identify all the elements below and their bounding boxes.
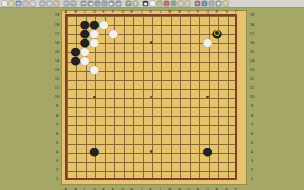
new-board-icon[interactable]: □ xyxy=(2,1,7,6)
empty-intersection[interactable] xyxy=(165,156,174,165)
empty-intersection[interactable] xyxy=(61,147,70,156)
empty-intersection[interactable] xyxy=(90,165,99,174)
empty-intersection[interactable] xyxy=(165,138,174,147)
empty-intersection[interactable] xyxy=(80,111,89,120)
empty-intersection[interactable] xyxy=(118,102,127,111)
empty-intersection[interactable] xyxy=(61,56,70,65)
empty-intersection[interactable] xyxy=(156,111,165,120)
empty-intersection[interactable] xyxy=(137,165,146,174)
empty-intersection[interactable] xyxy=(90,92,99,101)
empty-intersection[interactable] xyxy=(80,174,89,183)
empty-intersection[interactable] xyxy=(212,165,221,174)
empty-intersection[interactable] xyxy=(156,147,165,156)
export-icon[interactable]: ⇲ xyxy=(30,1,35,6)
empty-intersection[interactable] xyxy=(231,138,240,147)
empty-intersection[interactable] xyxy=(184,47,193,56)
empty-intersection[interactable] xyxy=(203,120,212,129)
empty-intersection[interactable] xyxy=(165,20,174,29)
empty-intersection[interactable] xyxy=(222,174,231,183)
empty-intersection[interactable] xyxy=(108,92,117,101)
empty-intersection[interactable] xyxy=(71,83,80,92)
empty-intersection[interactable] xyxy=(146,29,155,38)
empty-intersection[interactable] xyxy=(193,83,202,92)
first-move-icon[interactable]: ⏮ xyxy=(81,1,86,6)
empty-intersection[interactable] xyxy=(108,74,117,83)
empty-intersection[interactable] xyxy=(156,92,165,101)
empty-intersection[interactable] xyxy=(61,92,70,101)
empty-intersection[interactable] xyxy=(61,138,70,147)
empty-intersection[interactable] xyxy=(90,47,99,56)
empty-intersection[interactable] xyxy=(203,111,212,120)
empty-intersection[interactable] xyxy=(165,129,174,138)
letter-mark-icon[interactable]: A xyxy=(178,1,183,6)
next-move-icon[interactable]: ▷ xyxy=(102,1,107,6)
empty-intersection[interactable] xyxy=(222,138,231,147)
empty-intersection[interactable] xyxy=(193,74,202,83)
empty-intersection[interactable] xyxy=(99,38,108,47)
empty-intersection[interactable] xyxy=(193,56,202,65)
empty-intersection[interactable] xyxy=(184,65,193,74)
empty-intersection[interactable] xyxy=(127,38,136,47)
empty-intersection[interactable] xyxy=(212,111,221,120)
empty-intersection[interactable] xyxy=(184,56,193,65)
empty-intersection[interactable] xyxy=(184,111,193,120)
black-stone-R17[interactable]: ● xyxy=(212,29,221,38)
empty-intersection[interactable] xyxy=(222,47,231,56)
empty-intersection[interactable] xyxy=(99,56,108,65)
empty-intersection[interactable] xyxy=(99,129,108,138)
empty-intersection[interactable] xyxy=(146,65,155,74)
white-stone-F17[interactable]: ● xyxy=(108,29,117,38)
empty-intersection[interactable] xyxy=(231,38,240,47)
empty-intersection[interactable] xyxy=(231,47,240,56)
empty-intersection[interactable] xyxy=(61,129,70,138)
empty-intersection[interactable] xyxy=(61,29,70,38)
empty-intersection[interactable] xyxy=(231,102,240,111)
empty-intersection[interactable] xyxy=(118,111,127,120)
empty-intersection[interactable] xyxy=(212,65,221,74)
empty-intersection[interactable] xyxy=(231,83,240,92)
empty-intersection[interactable] xyxy=(137,83,146,92)
empty-intersection[interactable] xyxy=(165,147,174,156)
empty-intersection[interactable] xyxy=(127,165,136,174)
empty-intersection[interactable] xyxy=(156,29,165,38)
empty-intersection[interactable] xyxy=(90,74,99,83)
empty-intersection[interactable] xyxy=(231,65,240,74)
empty-intersection[interactable] xyxy=(108,156,117,165)
empty-intersection[interactable] xyxy=(231,92,240,101)
empty-intersection[interactable] xyxy=(222,65,231,74)
empty-intersection[interactable] xyxy=(175,20,184,29)
empty-intersection[interactable] xyxy=(80,74,89,83)
empty-intersection[interactable] xyxy=(165,38,174,47)
empty-intersection[interactable] xyxy=(156,129,165,138)
empty-intersection[interactable] xyxy=(175,38,184,47)
empty-intersection[interactable] xyxy=(203,92,212,101)
empty-intersection[interactable] xyxy=(193,156,202,165)
prev-10-icon[interactable]: ◀ xyxy=(88,1,93,6)
empty-intersection[interactable] xyxy=(165,47,174,56)
empty-intersection[interactable] xyxy=(193,65,202,74)
empty-intersection[interactable] xyxy=(212,38,221,47)
empty-intersection[interactable] xyxy=(222,102,231,111)
empty-intersection[interactable] xyxy=(193,129,202,138)
empty-intersection[interactable] xyxy=(222,165,231,174)
empty-intersection[interactable] xyxy=(127,156,136,165)
empty-intersection[interactable] xyxy=(118,65,127,74)
empty-intersection[interactable] xyxy=(108,38,117,47)
cut-icon[interactable]: ✂ xyxy=(40,1,45,6)
empty-intersection[interactable] xyxy=(146,138,155,147)
empty-intersection[interactable] xyxy=(193,47,202,56)
empty-intersection[interactable] xyxy=(108,111,117,120)
empty-intersection[interactable] xyxy=(156,165,165,174)
empty-intersection[interactable] xyxy=(156,83,165,92)
delete-node-icon[interactable]: ✕ xyxy=(195,1,200,6)
empty-intersection[interactable] xyxy=(203,56,212,65)
empty-intersection[interactable] xyxy=(80,138,89,147)
empty-intersection[interactable] xyxy=(61,74,70,83)
empty-intersection[interactable] xyxy=(212,138,221,147)
empty-intersection[interactable] xyxy=(71,20,80,29)
empty-intersection[interactable] xyxy=(118,92,127,101)
game-info-icon[interactable]: i xyxy=(202,1,207,6)
empty-intersection[interactable] xyxy=(231,147,240,156)
empty-intersection[interactable] xyxy=(99,102,108,111)
empty-intersection[interactable] xyxy=(203,165,212,174)
empty-intersection[interactable] xyxy=(231,20,240,29)
empty-intersection[interactable] xyxy=(193,165,202,174)
find-position-icon[interactable]: ◌ xyxy=(209,1,214,6)
empty-intersection[interactable] xyxy=(212,156,221,165)
empty-intersection[interactable] xyxy=(184,20,193,29)
empty-intersection[interactable] xyxy=(146,83,155,92)
empty-intersection[interactable] xyxy=(222,120,231,129)
undo-icon[interactable]: ↶ xyxy=(64,1,69,6)
empty-intersection[interactable] xyxy=(165,56,174,65)
empty-intersection[interactable] xyxy=(203,83,212,92)
empty-intersection[interactable] xyxy=(71,129,80,138)
empty-intersection[interactable] xyxy=(61,83,70,92)
empty-intersection[interactable] xyxy=(146,74,155,83)
empty-intersection[interactable] xyxy=(71,147,80,156)
empty-intersection[interactable] xyxy=(99,111,108,120)
empty-intersection[interactable] xyxy=(184,165,193,174)
empty-intersection[interactable] xyxy=(71,111,80,120)
empty-intersection[interactable] xyxy=(222,111,231,120)
circle-mark-icon[interactable]: ◯ xyxy=(171,1,176,6)
edit-white-stone-icon[interactable]: ○ xyxy=(150,1,155,6)
empty-intersection[interactable] xyxy=(222,29,231,38)
empty-intersection[interactable] xyxy=(127,138,136,147)
empty-intersection[interactable] xyxy=(222,129,231,138)
empty-intersection[interactable] xyxy=(71,65,80,74)
empty-intersection[interactable] xyxy=(222,38,231,47)
empty-intersection[interactable] xyxy=(137,47,146,56)
empty-intersection[interactable] xyxy=(193,29,202,38)
empty-intersection[interactable] xyxy=(108,120,117,129)
empty-intersection[interactable] xyxy=(156,20,165,29)
empty-intersection[interactable] xyxy=(212,74,221,83)
empty-intersection[interactable] xyxy=(156,174,165,183)
empty-intersection[interactable] xyxy=(146,47,155,56)
empty-intersection[interactable] xyxy=(212,92,221,101)
empty-intersection[interactable] xyxy=(203,47,212,56)
empty-intersection[interactable] xyxy=(212,120,221,129)
paste-icon[interactable]: ⎘ xyxy=(54,1,59,6)
empty-intersection[interactable] xyxy=(231,120,240,129)
empty-intersection[interactable] xyxy=(146,56,155,65)
empty-intersection[interactable] xyxy=(193,20,202,29)
empty-intersection[interactable] xyxy=(80,147,89,156)
empty-intersection[interactable] xyxy=(175,138,184,147)
empty-intersection[interactable] xyxy=(212,56,221,65)
empty-intersection[interactable] xyxy=(231,56,240,65)
empty-intersection[interactable] xyxy=(156,120,165,129)
empty-intersection[interactable] xyxy=(80,83,89,92)
empty-intersection[interactable] xyxy=(90,174,99,183)
empty-intersection[interactable] xyxy=(99,174,108,183)
empty-intersection[interactable] xyxy=(175,29,184,38)
empty-intersection[interactable] xyxy=(146,20,155,29)
empty-intersection[interactable] xyxy=(175,102,184,111)
empty-intersection[interactable] xyxy=(137,74,146,83)
empty-intersection[interactable] xyxy=(71,74,80,83)
empty-intersection[interactable] xyxy=(165,65,174,74)
empty-intersection[interactable] xyxy=(108,47,117,56)
triangle-mark-icon[interactable]: △ xyxy=(157,1,162,6)
white-stone-C14[interactable]: ● xyxy=(80,56,89,65)
empty-intersection[interactable] xyxy=(184,138,193,147)
empty-intersection[interactable] xyxy=(165,74,174,83)
preferences-icon[interactable]: ✱ xyxy=(216,1,221,6)
empty-intersection[interactable] xyxy=(193,38,202,47)
empty-intersection[interactable] xyxy=(175,129,184,138)
empty-intersection[interactable] xyxy=(137,120,146,129)
empty-intersection[interactable] xyxy=(99,92,108,101)
empty-intersection[interactable] xyxy=(146,129,155,138)
empty-intersection[interactable] xyxy=(156,65,165,74)
empty-intersection[interactable] xyxy=(175,165,184,174)
empty-intersection[interactable] xyxy=(137,174,146,183)
empty-intersection[interactable] xyxy=(193,102,202,111)
empty-intersection[interactable] xyxy=(99,83,108,92)
empty-intersection[interactable] xyxy=(80,165,89,174)
empty-intersection[interactable] xyxy=(108,83,117,92)
empty-intersection[interactable] xyxy=(193,138,202,147)
next-10-icon[interactable]: ▶ xyxy=(109,1,114,6)
empty-intersection[interactable] xyxy=(184,83,193,92)
empty-intersection[interactable] xyxy=(61,156,70,165)
empty-intersection[interactable] xyxy=(175,156,184,165)
empty-intersection[interactable] xyxy=(146,120,155,129)
empty-intersection[interactable] xyxy=(137,138,146,147)
empty-intersection[interactable] xyxy=(90,111,99,120)
empty-intersection[interactable] xyxy=(99,147,108,156)
last-move-icon[interactable]: ⏭ xyxy=(116,1,121,6)
empty-intersection[interactable] xyxy=(118,29,127,38)
empty-intersection[interactable] xyxy=(175,74,184,83)
empty-intersection[interactable] xyxy=(127,65,136,74)
empty-intersection[interactable] xyxy=(90,83,99,92)
empty-intersection[interactable] xyxy=(156,156,165,165)
empty-intersection[interactable] xyxy=(99,74,108,83)
empty-intersection[interactable] xyxy=(137,147,146,156)
empty-intersection[interactable] xyxy=(90,129,99,138)
empty-intersection[interactable] xyxy=(222,156,231,165)
empty-intersection[interactable] xyxy=(165,111,174,120)
empty-intersection[interactable] xyxy=(99,138,108,147)
empty-intersection[interactable] xyxy=(156,138,165,147)
empty-intersection[interactable] xyxy=(137,111,146,120)
empty-intersection[interactable] xyxy=(203,156,212,165)
empty-intersection[interactable] xyxy=(203,65,212,74)
empty-intersection[interactable] xyxy=(203,20,212,29)
empty-intersection[interactable] xyxy=(61,65,70,74)
empty-intersection[interactable] xyxy=(71,92,80,101)
empty-intersection[interactable] xyxy=(193,92,202,101)
empty-intersection[interactable] xyxy=(80,120,89,129)
empty-intersection[interactable] xyxy=(165,165,174,174)
empty-intersection[interactable] xyxy=(71,120,80,129)
empty-intersection[interactable] xyxy=(61,174,70,183)
empty-intersection[interactable] xyxy=(108,102,117,111)
empty-intersection[interactable] xyxy=(118,83,127,92)
empty-intersection[interactable] xyxy=(80,92,89,101)
empty-intersection[interactable] xyxy=(146,102,155,111)
empty-intersection[interactable] xyxy=(108,65,117,74)
empty-intersection[interactable] xyxy=(165,102,174,111)
empty-intersection[interactable] xyxy=(118,47,127,56)
empty-intersection[interactable] xyxy=(61,111,70,120)
empty-intersection[interactable] xyxy=(108,165,117,174)
empty-intersection[interactable] xyxy=(137,65,146,74)
empty-intersection[interactable] xyxy=(127,83,136,92)
empty-intersection[interactable] xyxy=(118,138,127,147)
empty-intersection[interactable] xyxy=(137,156,146,165)
empty-intersection[interactable] xyxy=(146,156,155,165)
empty-intersection[interactable] xyxy=(90,120,99,129)
empty-intersection[interactable] xyxy=(165,174,174,183)
redo-icon[interactable]: ↷ xyxy=(71,1,76,6)
empty-intersection[interactable] xyxy=(137,92,146,101)
empty-intersection[interactable] xyxy=(175,147,184,156)
empty-intersection[interactable] xyxy=(127,174,136,183)
empty-intersection[interactable] xyxy=(71,102,80,111)
empty-intersection[interactable] xyxy=(137,20,146,29)
save-file-icon[interactable]: ▤ xyxy=(16,1,21,6)
empty-intersection[interactable] xyxy=(156,74,165,83)
white-stone-D13[interactable]: ● xyxy=(90,65,99,74)
empty-intersection[interactable] xyxy=(127,92,136,101)
empty-intersection[interactable] xyxy=(175,120,184,129)
empty-intersection[interactable] xyxy=(184,92,193,101)
empty-intersection[interactable] xyxy=(212,47,221,56)
empty-intersection[interactable] xyxy=(118,129,127,138)
empty-intersection[interactable] xyxy=(61,38,70,47)
empty-intersection[interactable] xyxy=(165,29,174,38)
empty-intersection[interactable] xyxy=(127,29,136,38)
number-mark-icon[interactable]: 1 xyxy=(185,1,190,6)
black-stone-D4[interactable]: ● xyxy=(90,147,99,156)
empty-intersection[interactable] xyxy=(71,165,80,174)
empty-intersection[interactable] xyxy=(231,174,240,183)
empty-intersection[interactable] xyxy=(175,56,184,65)
empty-intersection[interactable] xyxy=(146,174,155,183)
empty-intersection[interactable] xyxy=(156,56,165,65)
empty-intersection[interactable] xyxy=(203,129,212,138)
empty-intersection[interactable] xyxy=(184,29,193,38)
empty-intersection[interactable] xyxy=(137,29,146,38)
empty-intersection[interactable] xyxy=(108,147,117,156)
empty-intersection[interactable] xyxy=(193,174,202,183)
empty-intersection[interactable] xyxy=(175,92,184,101)
empty-intersection[interactable] xyxy=(80,102,89,111)
empty-intersection[interactable] xyxy=(137,38,146,47)
empty-intersection[interactable] xyxy=(127,20,136,29)
empty-intersection[interactable] xyxy=(80,129,89,138)
empty-intersection[interactable] xyxy=(127,74,136,83)
empty-intersection[interactable] xyxy=(61,165,70,174)
empty-intersection[interactable] xyxy=(222,56,231,65)
empty-intersection[interactable] xyxy=(118,20,127,29)
empty-intersection[interactable] xyxy=(71,156,80,165)
empty-intersection[interactable] xyxy=(80,65,89,74)
print-icon[interactable]: ⎙ xyxy=(23,1,28,6)
empty-intersection[interactable] xyxy=(127,147,136,156)
empty-intersection[interactable] xyxy=(212,129,221,138)
empty-intersection[interactable] xyxy=(156,47,165,56)
empty-intersection[interactable] xyxy=(118,56,127,65)
empty-intersection[interactable] xyxy=(61,47,70,56)
empty-intersection[interactable] xyxy=(184,74,193,83)
edit-black-stone-icon[interactable]: ● xyxy=(143,1,148,6)
empty-intersection[interactable] xyxy=(156,38,165,47)
empty-intersection[interactable] xyxy=(184,120,193,129)
empty-intersection[interactable] xyxy=(184,156,193,165)
empty-intersection[interactable] xyxy=(108,56,117,65)
empty-intersection[interactable] xyxy=(90,102,99,111)
empty-intersection[interactable] xyxy=(175,47,184,56)
empty-intersection[interactable] xyxy=(156,102,165,111)
empty-intersection[interactable] xyxy=(193,120,202,129)
pass-move-icon[interactable]: P xyxy=(126,1,131,6)
black-stone-B14[interactable]: ● xyxy=(71,56,80,65)
empty-intersection[interactable] xyxy=(99,120,108,129)
prev-move-icon[interactable]: ◁ xyxy=(95,1,100,6)
empty-intersection[interactable] xyxy=(165,120,174,129)
black-stone-Q4[interactable]: ● xyxy=(203,147,212,156)
empty-intersection[interactable] xyxy=(165,83,174,92)
empty-intersection[interactable] xyxy=(80,156,89,165)
empty-intersection[interactable] xyxy=(146,111,155,120)
empty-intersection[interactable] xyxy=(222,147,231,156)
empty-intersection[interactable] xyxy=(184,38,193,47)
empty-intersection[interactable] xyxy=(61,120,70,129)
empty-intersection[interactable] xyxy=(90,156,99,165)
empty-intersection[interactable] xyxy=(212,83,221,92)
empty-intersection[interactable] xyxy=(118,165,127,174)
open-file-icon[interactable]: ◫ xyxy=(9,1,14,6)
empty-intersection[interactable] xyxy=(193,111,202,120)
empty-intersection[interactable] xyxy=(175,83,184,92)
empty-intersection[interactable] xyxy=(137,129,146,138)
empty-intersection[interactable] xyxy=(175,174,184,183)
empty-intersection[interactable] xyxy=(61,102,70,111)
empty-intersection[interactable] xyxy=(99,47,108,56)
empty-intersection[interactable] xyxy=(108,138,117,147)
empty-intersection[interactable] xyxy=(137,102,146,111)
